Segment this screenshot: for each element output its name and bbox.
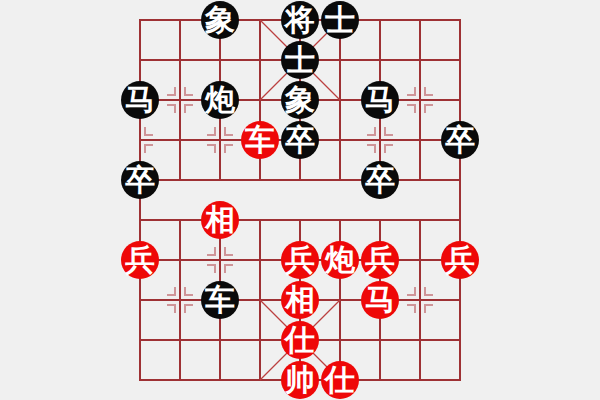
point-f3r1[interactable]: 象 <box>200 0 240 40</box>
black-chariot[interactable]: 车 <box>201 281 239 319</box>
point-f3r4[interactable] <box>200 120 240 160</box>
point-f2r7[interactable] <box>160 240 200 280</box>
point-f3r2[interactable] <box>200 40 240 80</box>
point-f9r3[interactable] <box>440 80 480 120</box>
point-f9r9[interactable] <box>440 320 480 360</box>
point-f8r8[interactable] <box>400 280 440 320</box>
point-f1r6[interactable] <box>120 200 160 240</box>
point-f7r4[interactable] <box>360 120 400 160</box>
point-f5r6[interactable] <box>280 200 320 240</box>
point-f7r9[interactable] <box>360 320 400 360</box>
black-cannon[interactable]: 炮 <box>201 81 239 119</box>
point-f9r4[interactable]: 卒 <box>440 120 480 160</box>
point-f4r2[interactable] <box>240 40 280 80</box>
point-f4r4[interactable]: 车 <box>240 120 280 160</box>
red-advisor[interactable]: 仕 <box>321 361 359 399</box>
point-f4r6[interactable] <box>240 200 280 240</box>
black-horse[interactable]: 马 <box>361 81 399 119</box>
point-f7r5[interactable]: 卒 <box>360 160 400 200</box>
point-f1r5[interactable]: 卒 <box>120 160 160 200</box>
black-soldier[interactable]: 卒 <box>441 121 479 159</box>
black-advisor[interactable]: 士 <box>281 41 319 79</box>
point-f1r7[interactable]: 兵 <box>120 240 160 280</box>
xiangqi-board: 象将士士马炮象马车卒卒卒卒相兵兵炮兵兵车相马仕帅仕 <box>120 0 480 400</box>
point-f2r10[interactable] <box>160 360 200 400</box>
point-f9r5[interactable] <box>440 160 480 200</box>
red-advisor[interactable]: 仕 <box>281 321 319 359</box>
point-f8r4[interactable] <box>400 120 440 160</box>
point-f3r5[interactable] <box>200 160 240 200</box>
point-f7r1[interactable] <box>360 0 400 40</box>
xiangqi-app: 象将士士马炮象马车卒卒卒卒相兵兵炮兵兵车相马仕帅仕 <box>0 0 600 400</box>
point-f8r9[interactable] <box>400 320 440 360</box>
point-f6r8[interactable] <box>320 280 360 320</box>
point-f2r5[interactable] <box>160 160 200 200</box>
black-soldier[interactable]: 卒 <box>121 161 159 199</box>
point-f8r2[interactable] <box>400 40 440 80</box>
point-f8r1[interactable] <box>400 0 440 40</box>
red-soldier[interactable]: 兵 <box>361 241 399 279</box>
point-f9r10[interactable] <box>440 360 480 400</box>
point-f5r10[interactable]: 帅 <box>280 360 320 400</box>
point-f1r2[interactable] <box>120 40 160 80</box>
point-f5r4[interactable]: 卒 <box>280 120 320 160</box>
point-f8r10[interactable] <box>400 360 440 400</box>
red-chariot[interactable]: 车 <box>241 121 279 159</box>
point-f6r2[interactable] <box>320 40 360 80</box>
red-soldier[interactable]: 兵 <box>281 241 319 279</box>
point-f2r2[interactable] <box>160 40 200 80</box>
point-f7r10[interactable] <box>360 360 400 400</box>
point-f3r9[interactable] <box>200 320 240 360</box>
point-f3r7[interactable] <box>200 240 240 280</box>
point-f7r8[interactable]: 马 <box>360 280 400 320</box>
point-f1r8[interactable] <box>120 280 160 320</box>
black-soldier[interactable]: 卒 <box>361 161 399 199</box>
point-f2r9[interactable] <box>160 320 200 360</box>
black-soldier[interactable]: 卒 <box>281 121 319 159</box>
point-f9r6[interactable] <box>440 200 480 240</box>
point-f4r3[interactable] <box>240 80 280 120</box>
point-f1r1[interactable] <box>120 0 160 40</box>
point-f7r2[interactable] <box>360 40 400 80</box>
point-f3r3[interactable]: 炮 <box>200 80 240 120</box>
point-f4r1[interactable] <box>240 0 280 40</box>
point-f8r5[interactable] <box>400 160 440 200</box>
point-f9r7[interactable]: 兵 <box>440 240 480 280</box>
point-f6r3[interactable] <box>320 80 360 120</box>
point-f6r5[interactable] <box>320 160 360 200</box>
point-f6r6[interactable] <box>320 200 360 240</box>
point-f4r10[interactable] <box>240 360 280 400</box>
point-f1r4[interactable] <box>120 120 160 160</box>
red-soldier[interactable]: 兵 <box>121 241 159 279</box>
point-f2r8[interactable] <box>160 280 200 320</box>
point-f6r10[interactable]: 仕 <box>320 360 360 400</box>
point-f5r8[interactable]: 相 <box>280 280 320 320</box>
red-cannon[interactable]: 炮 <box>321 241 359 279</box>
point-f7r6[interactable] <box>360 200 400 240</box>
point-f7r7[interactable]: 兵 <box>360 240 400 280</box>
point-f5r3[interactable]: 象 <box>280 80 320 120</box>
point-f1r9[interactable] <box>120 320 160 360</box>
red-soldier[interactable]: 兵 <box>441 241 479 279</box>
point-f4r5[interactable] <box>240 160 280 200</box>
point-f1r3[interactable]: 马 <box>120 80 160 120</box>
point-f9r1[interactable] <box>440 0 480 40</box>
point-f6r4[interactable] <box>320 120 360 160</box>
black-advisor[interactable]: 士 <box>321 1 359 39</box>
point-f5r5[interactable] <box>280 160 320 200</box>
black-elephant[interactable]: 象 <box>281 81 319 119</box>
red-horse[interactable]: 马 <box>361 281 399 319</box>
point-f5r7[interactable]: 兵 <box>280 240 320 280</box>
point-f1r10[interactable] <box>120 360 160 400</box>
point-f7r3[interactable]: 马 <box>360 80 400 120</box>
point-f6r1[interactable]: 士 <box>320 0 360 40</box>
point-f3r8[interactable]: 车 <box>200 280 240 320</box>
point-f8r3[interactable] <box>400 80 440 120</box>
point-f2r1[interactable] <box>160 0 200 40</box>
red-elephant[interactable]: 相 <box>281 281 319 319</box>
point-f2r3[interactable] <box>160 80 200 120</box>
point-f5r2[interactable]: 士 <box>280 40 320 80</box>
point-f3r10[interactable] <box>200 360 240 400</box>
black-general[interactable]: 将 <box>281 1 319 39</box>
point-f9r2[interactable] <box>440 40 480 80</box>
point-f6r7[interactable]: 炮 <box>320 240 360 280</box>
point-f6r9[interactable] <box>320 320 360 360</box>
point-f4r8[interactable] <box>240 280 280 320</box>
point-f4r9[interactable] <box>240 320 280 360</box>
point-f2r6[interactable] <box>160 200 200 240</box>
point-f5r9[interactable]: 仕 <box>280 320 320 360</box>
black-elephant[interactable]: 象 <box>201 1 239 39</box>
point-f3r6[interactable]: 相 <box>200 200 240 240</box>
point-f8r7[interactable] <box>400 240 440 280</box>
red-general[interactable]: 帅 <box>281 361 319 399</box>
red-elephant[interactable]: 相 <box>201 201 239 239</box>
point-f9r8[interactable] <box>440 280 480 320</box>
black-horse[interactable]: 马 <box>121 81 159 119</box>
point-f2r4[interactable] <box>160 120 200 160</box>
point-f8r6[interactable] <box>400 200 440 240</box>
point-f4r7[interactable] <box>240 240 280 280</box>
point-f5r1[interactable]: 将 <box>280 0 320 40</box>
